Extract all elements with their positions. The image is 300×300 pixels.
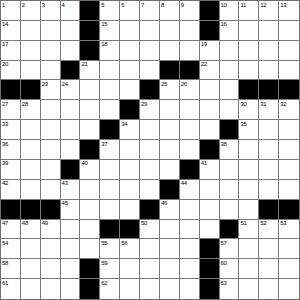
- cell-r9c10[interactable]: [200, 180, 220, 200]
- cell-r9c12[interactable]: [239, 180, 259, 200]
- clue-number: 50: [141, 220, 147, 226]
- clue-number: 1: [2, 2, 5, 8]
- cell-r11c1[interactable]: 48: [21, 220, 41, 240]
- cell-r8c7[interactable]: [140, 160, 160, 180]
- clue-number: 23: [42, 81, 48, 87]
- cell-r2c5[interactable]: 18: [100, 41, 120, 61]
- cell-r8c0[interactable]: 39: [1, 160, 21, 180]
- cell-r7c5[interactable]: 37: [100, 140, 120, 160]
- black-cell-r4c1: [21, 80, 41, 100]
- black-cell-r4c14: [279, 80, 299, 100]
- clue-number: 63: [221, 280, 227, 286]
- cell-r13c2[interactable]: [41, 259, 61, 279]
- cell-r10c5[interactable]: [100, 200, 120, 220]
- cell-r13c0[interactable]: 58: [1, 259, 21, 279]
- cell-r9c6[interactable]: [120, 180, 140, 200]
- cell-r4c10[interactable]: [200, 80, 220, 100]
- cell-r3c13[interactable]: [259, 61, 279, 81]
- clue-number: 46: [161, 200, 167, 206]
- cell-r2c3[interactable]: [61, 41, 81, 61]
- clue-number: 8: [161, 2, 164, 8]
- clue-number: 40: [81, 160, 87, 166]
- cell-r12c0[interactable]: 54: [1, 239, 21, 259]
- black-cell-r2c4: [80, 41, 100, 61]
- cell-r6c9[interactable]: [180, 120, 200, 140]
- cell-r7c12[interactable]: [239, 140, 259, 160]
- clue-number: 54: [2, 240, 8, 246]
- clue-number: 45: [62, 200, 68, 206]
- cell-r11c7[interactable]: 50: [140, 220, 160, 240]
- cell-r1c7[interactable]: [140, 21, 160, 41]
- cell-r6c6[interactable]: 34: [120, 120, 140, 140]
- cell-r6c12[interactable]: 35: [239, 120, 259, 140]
- cell-r10c3[interactable]: 45: [61, 200, 81, 220]
- cell-r2c6[interactable]: [120, 41, 140, 61]
- cell-r7c9[interactable]: [180, 140, 200, 160]
- clue-number: 34: [121, 121, 127, 127]
- cell-r14c9[interactable]: [180, 279, 200, 299]
- cell-r7c1[interactable]: [21, 140, 41, 160]
- cell-r10c10[interactable]: [200, 200, 220, 220]
- cell-r3c7[interactable]: [140, 61, 160, 81]
- clue-number: 27: [2, 101, 8, 107]
- cell-r6c4[interactable]: [80, 120, 100, 140]
- black-cell-r9c8: [160, 180, 180, 200]
- clue-number: 37: [101, 141, 107, 147]
- cell-r3c1[interactable]: [21, 61, 41, 81]
- cell-r3c0[interactable]: 20: [1, 61, 21, 81]
- cell-r1c6[interactable]: [120, 21, 140, 41]
- cell-r7c14[interactable]: [279, 140, 299, 160]
- clue-number: 24: [62, 81, 68, 87]
- cell-r10c11[interactable]: [220, 200, 240, 220]
- cell-r9c14[interactable]: [279, 180, 299, 200]
- cell-r13c9[interactable]: [180, 259, 200, 279]
- cell-r8c11[interactable]: [220, 160, 240, 180]
- cell-r11c13[interactable]: 52: [259, 220, 279, 240]
- cell-r6c1[interactable]: [21, 120, 41, 140]
- clue-number: 56: [121, 240, 127, 246]
- clue-number: 59: [101, 260, 107, 266]
- clue-number: 15: [101, 21, 107, 27]
- cell-r3c10[interactable]: 22: [200, 61, 220, 81]
- cell-r3c2[interactable]: [41, 61, 61, 81]
- clue-number: 39: [2, 160, 8, 166]
- cell-r2c7[interactable]: [140, 41, 160, 61]
- black-cell-r3c3: [61, 61, 81, 81]
- cell-r14c2[interactable]: [41, 279, 61, 299]
- cell-r14c8[interactable]: [160, 279, 180, 299]
- black-cell-r4c0: [1, 80, 21, 100]
- cell-r2c0[interactable]: 17: [1, 41, 21, 61]
- cell-r4c8[interactable]: 25: [160, 80, 180, 100]
- cell-r4c9[interactable]: 26: [180, 80, 200, 100]
- clue-number: 3: [42, 2, 45, 8]
- cell-r0c1[interactable]: 2: [21, 1, 41, 21]
- cell-r11c8[interactable]: [160, 220, 180, 240]
- clue-number: 41: [201, 160, 207, 166]
- clue-number: 14: [2, 21, 8, 27]
- cell-r1c11[interactable]: 16: [220, 21, 240, 41]
- clue-number: 32: [280, 101, 286, 107]
- cell-r3c11[interactable]: [220, 61, 240, 81]
- cell-r13c1[interactable]: [21, 259, 41, 279]
- cell-r12c5[interactable]: 55: [100, 239, 120, 259]
- cell-r0c2[interactable]: 3: [41, 1, 61, 21]
- black-cell-r8c3: [61, 160, 81, 180]
- cell-r7c6[interactable]: [120, 140, 140, 160]
- cell-r9c0[interactable]: 42: [1, 180, 21, 200]
- cell-r2c9[interactable]: [180, 41, 200, 61]
- clue-number: 28: [22, 101, 28, 107]
- cell-r8c2[interactable]: [41, 160, 61, 180]
- cell-r10c12[interactable]: [239, 200, 259, 220]
- cell-r1c0[interactable]: 14: [1, 21, 21, 41]
- clue-number: 22: [201, 61, 207, 67]
- cell-r5c3[interactable]: [61, 100, 81, 120]
- cell-r8c10[interactable]: 41: [200, 160, 220, 180]
- cell-r8c6[interactable]: [120, 160, 140, 180]
- cell-r14c6[interactable]: [120, 279, 140, 299]
- cell-r13c12[interactable]: [239, 259, 259, 279]
- cell-r1c12[interactable]: [239, 21, 259, 41]
- cell-r1c3[interactable]: [61, 21, 81, 41]
- clue-number: 13: [280, 2, 286, 8]
- cell-r14c11[interactable]: 63: [220, 279, 240, 299]
- cell-r10c9[interactable]: [180, 200, 200, 220]
- clue-number: 60: [221, 260, 227, 266]
- cell-r14c0[interactable]: 61: [1, 279, 21, 299]
- cell-r6c14[interactable]: [279, 120, 299, 140]
- cell-r14c14[interactable]: [279, 279, 299, 299]
- cell-r7c11[interactable]: 38: [220, 140, 240, 160]
- cell-r9c11[interactable]: [220, 180, 240, 200]
- clue-number: 58: [2, 260, 8, 266]
- cell-r1c13[interactable]: [259, 21, 279, 41]
- cell-r5c11[interactable]: [220, 100, 240, 120]
- clue-number: 9: [181, 2, 184, 8]
- cell-r13c7[interactable]: [140, 259, 160, 279]
- cell-r4c4[interactable]: [80, 80, 100, 100]
- clue-number: 19: [201, 41, 207, 47]
- cell-r0c12[interactable]: 11: [239, 1, 259, 21]
- cell-r7c13[interactable]: [259, 140, 279, 160]
- cell-r9c13[interactable]: [259, 180, 279, 200]
- cell-r5c4[interactable]: [80, 100, 100, 120]
- cell-r4c6[interactable]: [120, 80, 140, 100]
- cell-r13c3[interactable]: [61, 259, 81, 279]
- clue-number: 55: [101, 240, 107, 246]
- cell-r14c13[interactable]: [259, 279, 279, 299]
- cell-r7c3[interactable]: [61, 140, 81, 160]
- cell-r5c1[interactable]: 28: [21, 100, 41, 120]
- cell-r4c11[interactable]: [220, 80, 240, 100]
- cell-r14c5[interactable]: 62: [100, 279, 120, 299]
- cell-r3c4[interactable]: 21: [80, 61, 100, 81]
- cell-r7c8[interactable]: [160, 140, 180, 160]
- cell-r6c13[interactable]: [259, 120, 279, 140]
- clue-number: 16: [221, 21, 227, 27]
- clue-number: 30: [240, 101, 246, 107]
- cell-r13c8[interactable]: [160, 259, 180, 279]
- clue-number: 61: [2, 280, 8, 286]
- cell-r2c1[interactable]: [21, 41, 41, 61]
- black-cell-r1c10: [200, 21, 220, 41]
- black-cell-r4c7: [140, 80, 160, 100]
- clue-number: 17: [2, 41, 8, 47]
- cell-r12c6[interactable]: 56: [120, 239, 140, 259]
- cell-r12c3[interactable]: [61, 239, 81, 259]
- clue-number: 51: [240, 220, 246, 226]
- cell-r11c12[interactable]: 51: [239, 220, 259, 240]
- cell-r10c4[interactable]: [80, 200, 100, 220]
- cell-r0c14[interactable]: 13: [279, 1, 299, 21]
- cell-r1c8[interactable]: [160, 21, 180, 41]
- cell-r0c7[interactable]: 7: [140, 1, 160, 21]
- cell-r9c5[interactable]: [100, 180, 120, 200]
- cell-r2c13[interactable]: [259, 41, 279, 61]
- clue-number: 52: [260, 220, 266, 226]
- cell-r10c8[interactable]: 46: [160, 200, 180, 220]
- cell-r2c12[interactable]: [239, 41, 259, 61]
- black-cell-r14c10: [200, 279, 220, 299]
- cell-r6c8[interactable]: [160, 120, 180, 140]
- black-cell-r11c5: [100, 220, 120, 240]
- clue-number: 7: [141, 2, 144, 8]
- cell-r1c14[interactable]: [279, 21, 299, 41]
- cell-r0c3[interactable]: 4: [61, 1, 81, 21]
- black-cell-r5c6: [120, 100, 140, 120]
- clue-number: 38: [221, 141, 227, 147]
- cell-r1c1[interactable]: [21, 21, 41, 41]
- cell-r5c9[interactable]: [180, 100, 200, 120]
- clue-number: 33: [2, 121, 8, 127]
- crossword-page: 1234567891011121314151617181920212223242…: [0, 0, 300, 300]
- cell-r6c0[interactable]: 33: [1, 120, 21, 140]
- black-cell-r12c10: [200, 239, 220, 259]
- cell-r6c3[interactable]: [61, 120, 81, 140]
- cell-r5c8[interactable]: [160, 100, 180, 120]
- cell-r9c4[interactable]: [80, 180, 100, 200]
- cell-r14c3[interactable]: [61, 279, 81, 299]
- cell-r14c12[interactable]: [239, 279, 259, 299]
- cell-r0c0[interactable]: 1: [1, 1, 21, 21]
- cell-r13c5[interactable]: 59: [100, 259, 120, 279]
- cell-r3c5[interactable]: [100, 61, 120, 81]
- cell-r3c14[interactable]: [279, 61, 299, 81]
- cell-r4c2[interactable]: 23: [41, 80, 61, 100]
- black-cell-r4c13: [259, 80, 279, 100]
- cell-r11c10[interactable]: [200, 220, 220, 240]
- black-cell-r7c10: [200, 140, 220, 160]
- cell-r12c11[interactable]: 57: [220, 239, 240, 259]
- black-cell-r11c11: [220, 220, 240, 240]
- cell-r4c5[interactable]: [100, 80, 120, 100]
- cell-r2c2[interactable]: [41, 41, 61, 61]
- black-cell-r7c4: [80, 140, 100, 160]
- cell-r12c2[interactable]: [41, 239, 61, 259]
- cell-r13c11[interactable]: 60: [220, 259, 240, 279]
- clue-number: 43: [62, 180, 68, 186]
- cell-r7c0[interactable]: 36: [1, 140, 21, 160]
- cell-r12c4[interactable]: [80, 239, 100, 259]
- clue-number: 53: [280, 220, 286, 226]
- black-cell-r3c9: [180, 61, 200, 81]
- cell-r5c7[interactable]: 29: [140, 100, 160, 120]
- clue-number: 42: [2, 180, 8, 186]
- clue-number: 21: [81, 61, 87, 67]
- cell-r12c13[interactable]: [259, 239, 279, 259]
- clue-number: 12: [260, 2, 266, 8]
- cell-r0c11[interactable]: 10: [220, 1, 240, 21]
- black-cell-r10c1: [21, 200, 41, 220]
- black-cell-r0c10: [200, 1, 220, 21]
- cell-r12c14[interactable]: [279, 239, 299, 259]
- cell-r9c1[interactable]: [21, 180, 41, 200]
- cell-r14c1[interactable]: [21, 279, 41, 299]
- clue-number: 35: [240, 121, 246, 127]
- cell-r2c14[interactable]: [279, 41, 299, 61]
- clue-number: 26: [181, 81, 187, 87]
- black-cell-r6c11: [220, 120, 240, 140]
- cell-r0c13[interactable]: 12: [259, 1, 279, 21]
- black-cell-r3c8: [160, 61, 180, 81]
- cell-r6c7[interactable]: [140, 120, 160, 140]
- cell-r12c9[interactable]: [180, 239, 200, 259]
- cell-r5c5[interactable]: [100, 100, 120, 120]
- cell-r1c5[interactable]: 15: [100, 21, 120, 41]
- cell-r9c2[interactable]: [41, 180, 61, 200]
- clue-number: 29: [141, 101, 147, 107]
- cell-r8c13[interactable]: [259, 160, 279, 180]
- cell-r8c4[interactable]: 40: [80, 160, 100, 180]
- cell-r0c8[interactable]: 8: [160, 1, 180, 21]
- clue-number: 49: [42, 220, 48, 226]
- black-cell-r0c4: [80, 1, 100, 21]
- clue-number: 6: [121, 2, 124, 8]
- cell-r5c12[interactable]: 30: [239, 100, 259, 120]
- black-cell-r4c12: [239, 80, 259, 100]
- cell-r10c6[interactable]: [120, 200, 140, 220]
- black-cell-r8c9: [180, 160, 200, 180]
- clue-number: 4: [62, 2, 65, 8]
- cell-r11c4[interactable]: [80, 220, 100, 240]
- black-cell-r14c4: [80, 279, 100, 299]
- cell-r12c7[interactable]: [140, 239, 160, 259]
- cell-r11c3[interactable]: [61, 220, 81, 240]
- cell-r11c2[interactable]: 49: [41, 220, 61, 240]
- clue-number: 57: [221, 240, 227, 246]
- cell-r9c7[interactable]: [140, 180, 160, 200]
- cell-r12c8[interactable]: [160, 239, 180, 259]
- cell-r9c3[interactable]: 43: [61, 180, 81, 200]
- cell-r11c9[interactable]: [180, 220, 200, 240]
- clue-number: 36: [2, 141, 8, 147]
- cell-r8c8[interactable]: [160, 160, 180, 180]
- cell-r13c14[interactable]: [279, 259, 299, 279]
- clue-number: 48: [22, 220, 28, 226]
- black-cell-r1c4: [80, 21, 100, 41]
- cell-r13c13[interactable]: [259, 259, 279, 279]
- clue-number: 20: [2, 61, 8, 67]
- cell-r3c12[interactable]: [239, 61, 259, 81]
- cell-r12c12[interactable]: [239, 239, 259, 259]
- clue-number: 18: [101, 41, 107, 47]
- cell-r6c2[interactable]: [41, 120, 61, 140]
- clue-number: 47: [2, 220, 8, 226]
- crossword-board: 1234567891011121314151617181920212223242…: [0, 0, 300, 300]
- black-cell-r10c13: [259, 200, 279, 220]
- cell-r13c6[interactable]: [120, 259, 140, 279]
- clue-number: 5: [101, 2, 104, 8]
- clue-number: 62: [101, 280, 107, 286]
- cell-r0c5[interactable]: 5: [100, 1, 120, 21]
- cell-r5c0[interactable]: 27: [1, 100, 21, 120]
- clue-number: 11: [240, 2, 246, 8]
- clue-number: 44: [181, 180, 187, 186]
- cell-r9c9[interactable]: 44: [180, 180, 200, 200]
- cell-r8c5[interactable]: [100, 160, 120, 180]
- cell-r2c10[interactable]: 19: [200, 41, 220, 61]
- cell-r2c11[interactable]: [220, 41, 240, 61]
- cell-r11c0[interactable]: 47: [1, 220, 21, 240]
- cell-r8c12[interactable]: [239, 160, 259, 180]
- cell-r5c2[interactable]: [41, 100, 61, 120]
- black-cell-r10c2: [41, 200, 61, 220]
- clue-number: 31: [260, 101, 266, 107]
- cell-r12c1[interactable]: [21, 239, 41, 259]
- clue-number: 10: [221, 2, 227, 8]
- black-cell-r11c6: [120, 220, 140, 240]
- black-cell-r13c10: [200, 259, 220, 279]
- cell-r2c8[interactable]: [160, 41, 180, 61]
- black-cell-r10c0: [1, 200, 21, 220]
- cell-r4c3[interactable]: 24: [61, 80, 81, 100]
- cell-r14c7[interactable]: [140, 279, 160, 299]
- black-cell-r13c4: [80, 259, 100, 279]
- cell-r5c10[interactable]: [200, 100, 220, 120]
- cell-r8c1[interactable]: [21, 160, 41, 180]
- cell-r0c6[interactable]: 6: [120, 1, 140, 21]
- cell-r0c9[interactable]: 9: [180, 1, 200, 21]
- black-cell-r6c5: [100, 120, 120, 140]
- cell-r6c10[interactable]: [200, 120, 220, 140]
- cell-r5c14[interactable]: 32: [279, 100, 299, 120]
- cell-r8c14[interactable]: [279, 160, 299, 180]
- cell-r5c13[interactable]: 31: [259, 100, 279, 120]
- cell-r3c6[interactable]: [120, 61, 140, 81]
- cell-r7c2[interactable]: [41, 140, 61, 160]
- cell-r7c7[interactable]: [140, 140, 160, 160]
- black-cell-r10c7: [140, 200, 160, 220]
- cell-r11c14[interactable]: 53: [279, 220, 299, 240]
- black-cell-r10c14: [279, 200, 299, 220]
- cell-r1c2[interactable]: [41, 21, 61, 41]
- clue-number: 2: [22, 2, 25, 8]
- cell-r1c9[interactable]: [180, 21, 200, 41]
- clue-number: 25: [161, 81, 167, 87]
